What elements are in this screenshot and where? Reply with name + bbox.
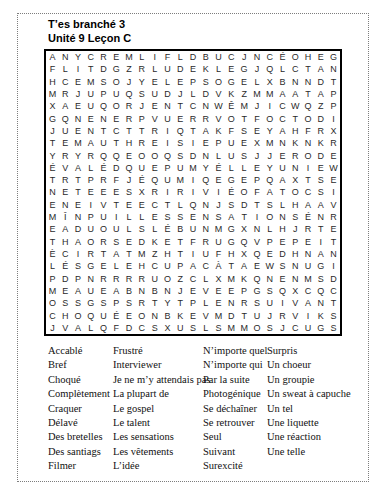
cell-r2c9: L [148, 63, 161, 75]
cell-r9c11: S [174, 149, 187, 161]
cell-r23c23: S [327, 322, 340, 334]
cell-r3c22: D [314, 76, 327, 88]
cell-r9c10: Q [161, 149, 174, 161]
cell-r13c8: E [135, 199, 148, 211]
cell-r14c14: S [212, 211, 225, 223]
cell-r17c23: N [327, 248, 340, 260]
cell-r13c21: A [302, 199, 315, 211]
cell-r1c3: Y [72, 51, 85, 63]
cell-r15c2: A [59, 223, 72, 235]
word-item: Des bretelles [48, 430, 113, 444]
cell-r23c19: J [276, 322, 289, 334]
cell-r7c2: U [59, 125, 72, 137]
cell-r18c2: É [59, 260, 72, 272]
cell-r11c8: É [135, 174, 148, 186]
word-item: Un tel [267, 402, 367, 416]
cell-r19c9: U [148, 272, 161, 284]
cell-r11c21: T [302, 174, 315, 186]
cell-r21c6: P [110, 297, 123, 309]
cell-r19c21: M [302, 272, 315, 284]
cell-r3c10: L [161, 76, 174, 88]
cell-r23c8: C [135, 322, 148, 334]
cell-r14c13: N [199, 211, 212, 223]
cell-r16c13: R [199, 236, 212, 248]
cell-r1c14: U [212, 51, 225, 63]
cell-r2c12: E [187, 63, 200, 75]
cell-r13c15: S [225, 199, 238, 211]
cell-r4c10: D [161, 88, 174, 100]
cell-r23c2: V [59, 322, 72, 334]
cell-r19c10: O [161, 272, 174, 284]
cell-r2c5: D [97, 63, 110, 75]
word-item: Les sensations [113, 430, 203, 444]
cell-r4c17: M [251, 88, 264, 100]
word-list-column-2: FrustréInterviewerJe ne m’y attendais pa… [113, 344, 203, 474]
cell-r9c18: J [263, 149, 276, 161]
cell-r21c16: R [238, 297, 251, 309]
cell-r20c2: E [59, 285, 72, 297]
cell-r17c3: I [72, 248, 85, 260]
cell-r20c5: E [97, 285, 110, 297]
cell-r5c4: U [84, 100, 97, 112]
cell-r8c15: U [225, 137, 238, 149]
cell-r20c21: C [302, 285, 315, 297]
word-item: N’importe quel [203, 344, 267, 358]
cell-r9c6: Q [110, 149, 123, 161]
cell-r7c18: Y [263, 125, 276, 137]
cell-r10c12: M [187, 162, 200, 174]
cell-r13c19: L [276, 199, 289, 211]
word-list-column-4: SurprisUn choeurUn groupieUn sweat à cap… [267, 344, 367, 474]
cell-r22c8: O [135, 309, 148, 321]
cell-r11c16: E [238, 174, 251, 186]
cell-r13c16: D [238, 199, 251, 211]
cell-r5c1: X [46, 100, 59, 112]
cell-r8c14: P [212, 137, 225, 149]
cell-r12c15: É [225, 186, 238, 198]
cell-r18c7: E [123, 260, 136, 272]
cell-r23c12: S [187, 322, 200, 334]
word-item: Les vêtements [113, 445, 203, 459]
cell-r14c17: I [251, 211, 264, 223]
cell-r19c17: Q [251, 272, 264, 284]
cell-r12c1: N [46, 186, 59, 198]
cell-r7c15: F [225, 125, 238, 137]
cell-r14c23: R [327, 211, 340, 223]
cell-r18c9: C [148, 260, 161, 272]
cell-r8c20: K [289, 137, 302, 149]
cell-r6c9: V [148, 113, 161, 125]
cell-r9c3: Y [72, 149, 85, 161]
cell-r11c12: I [187, 174, 200, 186]
cell-r4c13: D [199, 88, 212, 100]
cell-r12c4: E [84, 186, 97, 198]
cell-r1c18: C [263, 51, 276, 63]
cell-r8c2: E [59, 137, 72, 149]
worksheet-header: T’es branché 3 Unité 9 Leçon C [48, 17, 131, 45]
cell-r9c5: Q [97, 149, 110, 161]
cell-r9c21: O [302, 149, 315, 161]
cell-r6c4: E [84, 113, 97, 125]
cell-r21c22: N [314, 297, 327, 309]
cell-r18c8: H [135, 260, 148, 272]
cell-r13c17: T [251, 199, 264, 211]
cell-r11c10: U [161, 174, 174, 186]
cell-r20c6: A [110, 285, 123, 297]
cell-r21c15: N [225, 297, 238, 309]
cell-r17c4: R [84, 248, 97, 260]
cell-r6c10: U [161, 113, 174, 125]
cell-r17c15: H [225, 248, 238, 260]
cell-r5c23: P [327, 100, 340, 112]
cell-r19c8: R [135, 272, 148, 284]
cell-r23c14: S [212, 322, 225, 334]
cell-r17c17: Q [251, 248, 264, 260]
cell-r14c20: S [289, 211, 302, 223]
cell-r1c4: C [84, 51, 97, 63]
cell-r1c6: E [110, 51, 123, 63]
cell-r13c7: E [123, 199, 136, 211]
cell-r10c16: L [238, 162, 251, 174]
cell-r11c9: Q [148, 174, 161, 186]
cell-r17c6: A [110, 248, 123, 260]
cell-r12c18: A [263, 186, 276, 198]
cell-r10c11: U [174, 162, 187, 174]
cell-r17c10: H [161, 248, 174, 260]
cell-r7c23: X [327, 125, 340, 137]
cell-r3c4: M [84, 76, 97, 88]
word-item: Choqué [48, 373, 113, 387]
cell-r13c6: T [110, 199, 123, 211]
cell-r3c6: O [110, 76, 123, 88]
cell-r14c11: S [174, 211, 187, 223]
cell-r23c17: O [251, 322, 264, 334]
cell-r9c14: L [212, 149, 225, 161]
cell-r13c1: E [46, 199, 59, 211]
cell-r23c3: A [72, 322, 85, 334]
cell-r16c9: K [148, 236, 161, 248]
cell-r14c18: O [263, 211, 276, 223]
cell-r12c19: T [276, 186, 289, 198]
cell-r14c1: M [46, 211, 59, 223]
cell-r22c9: N [148, 309, 161, 321]
cell-r12c16: O [238, 186, 251, 198]
cell-r2c17: J [251, 63, 264, 75]
cell-r8c12: I [187, 137, 200, 149]
cell-r2c3: I [72, 63, 85, 75]
cell-r11c6: F [110, 174, 123, 186]
word-item: Le gospel [113, 402, 203, 416]
cell-r1c12: D [187, 51, 200, 63]
cell-r7c9: R [148, 125, 161, 137]
cell-r12c2: E [59, 186, 72, 198]
cell-r5c14: W [212, 100, 225, 112]
cell-r3c12: P [187, 76, 200, 88]
cell-r10c19: U [276, 162, 289, 174]
cell-r16c11: T [174, 236, 187, 248]
cell-r6c15: O [225, 113, 238, 125]
cell-r2c20: C [289, 63, 302, 75]
cell-r5c5: Q [97, 100, 110, 112]
cell-r19c2: D [59, 272, 72, 284]
cell-r2c16: G [238, 63, 251, 75]
cell-r10c23: W [327, 162, 340, 174]
cell-r1c10: F [161, 51, 174, 63]
cell-r3c21: N [302, 76, 315, 88]
cell-r17c9: Z [148, 248, 161, 260]
cell-r9c22: D [314, 149, 327, 161]
cell-r4c16: Z [238, 88, 251, 100]
cell-r22c14: M [212, 309, 225, 321]
cell-r12c8: X [135, 186, 148, 198]
cell-r16c10: E [161, 236, 174, 248]
cell-r16c5: R [97, 236, 110, 248]
cell-r19c1: P [46, 272, 59, 284]
cell-r9c15: U [225, 149, 238, 161]
cell-r1c2: N [59, 51, 72, 63]
cell-r22c12: E [187, 309, 200, 321]
cell-r18c12: A [187, 260, 200, 272]
cell-r14c6: I [110, 211, 123, 223]
cell-r15c22: T [314, 223, 327, 235]
cell-r13c20: H [289, 199, 302, 211]
cell-r7c10: I [161, 125, 174, 137]
cell-r12c7: S [123, 186, 136, 198]
cell-r19c20: N [289, 272, 302, 284]
cell-r20c8: N [135, 285, 148, 297]
cell-r6c13: R [199, 113, 212, 125]
cell-r1c5: R [97, 51, 110, 63]
cell-r7c12: T [187, 125, 200, 137]
word-item: Un sweat à capuche [267, 387, 367, 401]
cell-r13c18: S [263, 199, 276, 211]
cell-r18c22: G [314, 260, 327, 272]
cell-r8c16: E [238, 137, 251, 149]
cell-r9c20: R [289, 149, 302, 161]
cell-r12c3: T [72, 186, 85, 198]
cell-r14c2: Î [59, 211, 72, 223]
cell-r5c2: A [59, 100, 72, 112]
cell-r21c18: U [263, 297, 276, 309]
cell-r10c3: A [72, 162, 85, 174]
cell-r19c19: E [276, 272, 289, 284]
cell-r9c16: S [238, 149, 251, 161]
word-item: Accablé [48, 344, 113, 358]
cell-r21c17: S [251, 297, 264, 309]
word-item: La plupart de [113, 387, 203, 401]
cell-r20c12: E [187, 285, 200, 297]
cell-r12c20: O [289, 186, 302, 198]
cell-r16c2: H [59, 236, 72, 248]
word-item: Interviewer [113, 358, 203, 372]
cell-r4c2: R [59, 88, 72, 100]
cell-r16c8: D [135, 236, 148, 248]
cell-r17c11: T [174, 248, 187, 260]
cell-r4c3: J [72, 88, 85, 100]
cell-r7c4: N [84, 125, 97, 137]
cell-r3c13: S [199, 76, 212, 88]
cell-r4c12: L [187, 88, 200, 100]
cell-r11c5: R [97, 174, 110, 186]
cell-r13c3: E [72, 199, 85, 211]
cell-r8c1: T [46, 137, 59, 149]
cell-r10c2: V [59, 162, 72, 174]
cell-r15c17: N [251, 223, 264, 235]
cell-r23c7: D [123, 322, 136, 334]
cell-r19c22: S [314, 272, 327, 284]
cell-r2c2: L [59, 63, 72, 75]
cell-r8c3: M [72, 137, 85, 149]
cell-r18c11: P [174, 260, 187, 272]
cell-r18c16: A [238, 260, 251, 272]
cell-r13c22: A [314, 199, 327, 211]
cell-r22c18: J [263, 309, 276, 321]
cell-r19c13: L [199, 272, 212, 284]
cell-r4c5: P [97, 88, 110, 100]
cell-r16c14: U [212, 236, 225, 248]
cell-r7c3: E [72, 125, 85, 137]
cell-r18c19: S [276, 260, 289, 272]
cell-r3c8: Y [135, 76, 148, 88]
cell-r21c12: P [187, 297, 200, 309]
cell-r8c19: N [276, 137, 289, 149]
cell-r8c6: T [110, 137, 123, 149]
word-item: Une telle [267, 445, 367, 459]
cell-r9c19: E [276, 149, 289, 161]
cell-r16c6: S [110, 236, 123, 248]
cell-r12c23: I [327, 186, 340, 198]
cell-r1c8: L [135, 51, 148, 63]
cell-r14c9: E [148, 211, 161, 223]
cell-r13c23: V [327, 199, 340, 211]
cell-r13c4: I [84, 199, 97, 211]
cell-r21c8: R [135, 297, 148, 309]
word-item: Se retrouver [203, 416, 267, 430]
cell-r6c16: T [238, 113, 251, 125]
cell-r15c12: U [187, 223, 200, 235]
cell-r10c17: E [251, 162, 264, 174]
cell-r15c18: L [263, 223, 276, 235]
cell-r10c13: Y [199, 162, 212, 174]
cell-r6c17: F [251, 113, 264, 125]
cell-r17c12: I [187, 248, 200, 260]
cell-r12c14: I [212, 186, 225, 198]
cell-r20c9: B [148, 285, 161, 297]
cell-r8c13: E [199, 137, 212, 149]
cell-r21c23: T [327, 297, 340, 309]
cell-r16c1: T [46, 236, 59, 248]
cell-r8c8: R [135, 137, 148, 149]
cell-r4c14: V [212, 88, 225, 100]
cell-r9c2: R [59, 149, 72, 161]
cell-r5c20: W [289, 100, 302, 112]
word-item: Je ne m’y attendais pas [113, 373, 203, 387]
cell-r20c15: E [225, 285, 238, 297]
word-item: Photogénique [203, 387, 267, 401]
cell-r5c21: Q [302, 100, 315, 112]
word-item: N’importe qui [203, 358, 267, 372]
cell-r19c11: Z [174, 272, 187, 284]
cell-r13c5: V [97, 199, 110, 211]
cell-r11c18: Q [263, 174, 276, 186]
cell-r4c21: T [302, 88, 315, 100]
word-item: Des santiags [48, 445, 113, 459]
cell-r20c18: S [263, 285, 276, 297]
word-item: Une réaction [267, 430, 367, 444]
cell-r12c12: I [187, 186, 200, 198]
cell-r21c1: O [46, 297, 59, 309]
cell-r12c6: E [110, 186, 123, 198]
cell-r3c20: N [289, 76, 302, 88]
cell-r21c4: G [84, 297, 97, 309]
cell-r10c20: N [289, 162, 302, 174]
cell-r23c16: M [238, 322, 251, 334]
cell-r2c7: Z [123, 63, 136, 75]
cell-r22c11: K [174, 309, 187, 321]
cell-r6c21: O [302, 113, 315, 125]
cell-r6c1: G [46, 113, 59, 125]
cell-r11c1: T [46, 174, 59, 186]
cell-r2c14: L [212, 63, 225, 75]
cell-r23c1: J [46, 322, 59, 334]
word-item: Le talent [113, 416, 203, 430]
cell-r22c16: T [238, 309, 251, 321]
cell-r16c20: P [289, 236, 302, 248]
cell-r21c20: V [289, 297, 302, 309]
cell-r7c11: Q [174, 125, 187, 137]
cell-r12c21: C [302, 186, 315, 198]
cell-r19c16: K [238, 272, 251, 284]
cell-r21c19: I [276, 297, 289, 309]
cell-r17c18: E [263, 248, 276, 260]
cell-r3c3: E [72, 76, 85, 88]
cell-r18c20: N [289, 260, 302, 272]
cell-r12c17: F [251, 186, 264, 198]
cell-r15c10: É [161, 223, 174, 235]
cell-r16c22: I [314, 236, 327, 248]
cell-r13c14: J [212, 199, 225, 211]
cell-r4c18: M [263, 88, 276, 100]
cell-r23c20: C [289, 322, 302, 334]
cell-r5c10: N [161, 100, 174, 112]
cell-r11c22: S [314, 174, 327, 186]
cell-r4c6: U [110, 88, 123, 100]
cell-r4c23: P [327, 88, 340, 100]
cell-r5c6: O [110, 100, 123, 112]
cell-r8c17: X [251, 137, 264, 149]
cell-r21c14: E [212, 297, 225, 309]
cell-r20c14: E [212, 285, 225, 297]
cell-r6c5: N [97, 113, 110, 125]
cell-r14c4: P [84, 211, 97, 223]
cell-r22c22: K [314, 309, 327, 321]
cell-r23c10: X [161, 322, 174, 334]
cell-r7c8: T [135, 125, 148, 137]
cell-r7c7: T [123, 125, 136, 137]
cell-r1c13: B [199, 51, 212, 63]
cell-r5c3: E [72, 100, 85, 112]
cell-r15c7: L [123, 223, 136, 235]
cell-r10c7: Q [123, 162, 136, 174]
cell-r19c15: M [225, 272, 238, 284]
cell-r17c5: T [97, 248, 110, 260]
cell-r16c23: T [327, 236, 340, 248]
cell-r5c19: C [276, 100, 289, 112]
cell-r11c3: T [72, 174, 85, 186]
cell-r5c8: J [135, 100, 148, 112]
cell-r2c15: E [225, 63, 238, 75]
cell-r6c19: C [276, 113, 289, 125]
